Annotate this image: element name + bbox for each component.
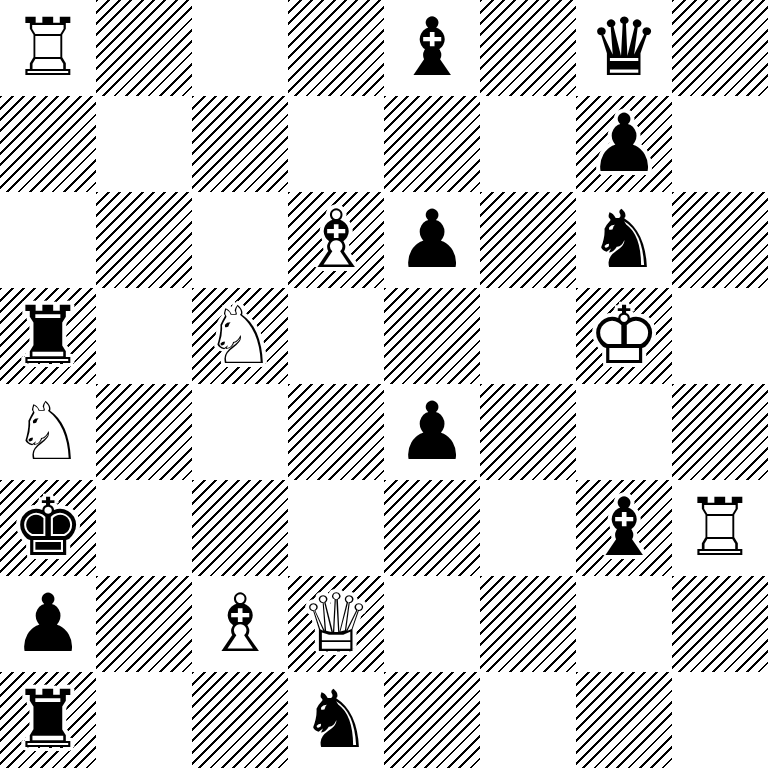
square-h6[interactable] xyxy=(672,192,768,288)
square-h2[interactable] xyxy=(672,576,768,672)
square-f8[interactable] xyxy=(480,0,576,96)
square-h1[interactable] xyxy=(672,672,768,768)
piece-black-knight: ♞ xyxy=(288,672,384,768)
square-d4[interactable] xyxy=(288,384,384,480)
square-b7[interactable] xyxy=(96,96,192,192)
square-d1[interactable]: ♞♞ xyxy=(288,672,384,768)
square-c4[interactable] xyxy=(192,384,288,480)
square-f6[interactable] xyxy=(480,192,576,288)
piece-white-bishop: ♗ xyxy=(288,192,384,288)
piece-black-pawn: ♟ xyxy=(576,96,672,192)
square-b5[interactable] xyxy=(96,288,192,384)
piece-white-rook: ♖ xyxy=(0,0,96,96)
piece-white-knight: ♘ xyxy=(0,384,96,480)
square-f7[interactable] xyxy=(480,96,576,192)
square-a6[interactable] xyxy=(0,192,96,288)
square-g2[interactable] xyxy=(576,576,672,672)
square-a3[interactable]: ♚♚ xyxy=(0,480,96,576)
square-c3[interactable] xyxy=(192,480,288,576)
chess-board: ♜♖♝♝♛♛♟♟♝♗♟♟♞♞♜♜♞♘♚♔♞♘♟♟♚♚♝♝♜♖♟♟♝♗♛♕♜♜♞♞ xyxy=(0,0,768,768)
square-g6[interactable]: ♞♞ xyxy=(576,192,672,288)
square-e3[interactable] xyxy=(384,480,480,576)
square-b6[interactable] xyxy=(96,192,192,288)
square-h3[interactable]: ♜♖ xyxy=(672,480,768,576)
piece-white-queen: ♕ xyxy=(288,576,384,672)
square-d8[interactable] xyxy=(288,0,384,96)
square-c5[interactable]: ♞♘ xyxy=(192,288,288,384)
square-b4[interactable] xyxy=(96,384,192,480)
square-b1[interactable] xyxy=(96,672,192,768)
square-a5[interactable]: ♜♜ xyxy=(0,288,96,384)
square-e8[interactable]: ♝♝ xyxy=(384,0,480,96)
piece-white-bishop: ♗ xyxy=(192,576,288,672)
piece-white-knight: ♘ xyxy=(192,288,288,384)
piece-white-rook: ♖ xyxy=(672,480,768,576)
piece-black-queen: ♛ xyxy=(576,0,672,96)
square-e4[interactable]: ♟♟ xyxy=(384,384,480,480)
square-c6[interactable] xyxy=(192,192,288,288)
piece-black-bishop: ♝ xyxy=(576,480,672,576)
square-e1[interactable] xyxy=(384,672,480,768)
square-g7[interactable]: ♟♟ xyxy=(576,96,672,192)
square-g4[interactable] xyxy=(576,384,672,480)
square-b3[interactable] xyxy=(96,480,192,576)
square-c7[interactable] xyxy=(192,96,288,192)
piece-black-rook: ♜ xyxy=(0,672,96,768)
square-f3[interactable] xyxy=(480,480,576,576)
square-g3[interactable]: ♝♝ xyxy=(576,480,672,576)
piece-black-rook: ♜ xyxy=(0,288,96,384)
square-f5[interactable] xyxy=(480,288,576,384)
piece-black-pawn: ♟ xyxy=(384,192,480,288)
square-e2[interactable] xyxy=(384,576,480,672)
square-f4[interactable] xyxy=(480,384,576,480)
square-b2[interactable] xyxy=(96,576,192,672)
square-a2[interactable]: ♟♟ xyxy=(0,576,96,672)
square-b8[interactable] xyxy=(96,0,192,96)
square-f1[interactable] xyxy=(480,672,576,768)
square-a1[interactable]: ♜♜ xyxy=(0,672,96,768)
square-e6[interactable]: ♟♟ xyxy=(384,192,480,288)
square-a7[interactable] xyxy=(0,96,96,192)
square-a4[interactable]: ♞♘ xyxy=(0,384,96,480)
square-e5[interactable] xyxy=(384,288,480,384)
piece-white-king: ♔ xyxy=(576,288,672,384)
square-d2[interactable]: ♛♕ xyxy=(288,576,384,672)
square-d5[interactable] xyxy=(288,288,384,384)
piece-black-king: ♚ xyxy=(0,480,96,576)
square-g1[interactable] xyxy=(576,672,672,768)
square-a8[interactable]: ♜♖ xyxy=(0,0,96,96)
piece-black-pawn: ♟ xyxy=(0,576,96,672)
square-d3[interactable] xyxy=(288,480,384,576)
square-f2[interactable] xyxy=(480,576,576,672)
square-d6[interactable]: ♝♗ xyxy=(288,192,384,288)
square-h8[interactable] xyxy=(672,0,768,96)
square-g8[interactable]: ♛♛ xyxy=(576,0,672,96)
square-g5[interactable]: ♚♔ xyxy=(576,288,672,384)
square-c8[interactable] xyxy=(192,0,288,96)
piece-black-bishop: ♝ xyxy=(384,0,480,96)
square-h4[interactable] xyxy=(672,384,768,480)
square-e7[interactable] xyxy=(384,96,480,192)
square-h5[interactable] xyxy=(672,288,768,384)
piece-black-pawn: ♟ xyxy=(384,384,480,480)
square-h7[interactable] xyxy=(672,96,768,192)
square-d7[interactable] xyxy=(288,96,384,192)
square-c2[interactable]: ♝♗ xyxy=(192,576,288,672)
square-c1[interactable] xyxy=(192,672,288,768)
piece-black-knight: ♞ xyxy=(576,192,672,288)
